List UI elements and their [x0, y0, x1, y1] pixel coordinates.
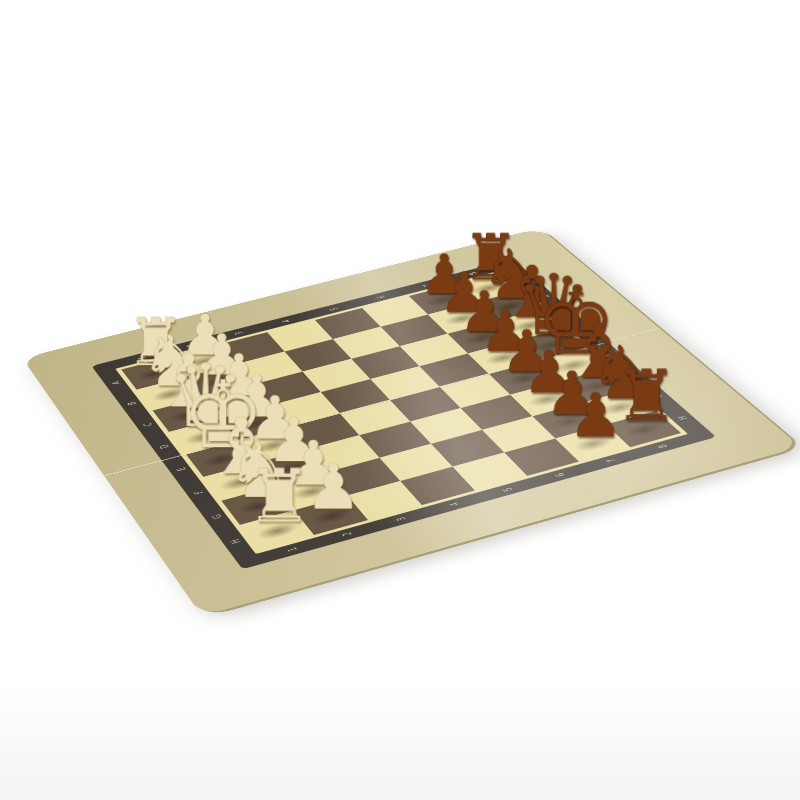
- piece-black-pawn-h7[interactable]: ♟: [549, 385, 643, 446]
- board-border-frame: 12345678 12345678 ABCDEFGH ABCDEFGH ♜♟♟♜…: [92, 259, 717, 569]
- piece-white-rook-h1[interactable]: ♜: [231, 460, 328, 533]
- square-f5[interactable]: [410, 408, 482, 444]
- product-photo-scene: 12345678 12345678 ABCDEFGH ABCDEFGH ♜♟♟♜…: [0, 0, 800, 800]
- chess-board: ♜♟♟♜♞♟♟♞♝♟♟♝♛♟♟♛♚♟♟♚♝♟♟♝♞♟♟♞♜♟♟♜: [121, 272, 681, 550]
- chess-board-mat: 12345678 12345678 ABCDEFGH ABCDEFGH ♜♟♟♜…: [22, 228, 800, 616]
- board-inner-margin: ♜♟♟♜♞♟♟♞♝♟♟♝♛♟♟♛♚♟♟♚♝♟♟♝♞♟♟♞♜♟♟♜: [115, 270, 688, 554]
- square-h7[interactable]: ♟: [555, 425, 630, 462]
- square-h1[interactable]: ♜: [240, 510, 314, 550]
